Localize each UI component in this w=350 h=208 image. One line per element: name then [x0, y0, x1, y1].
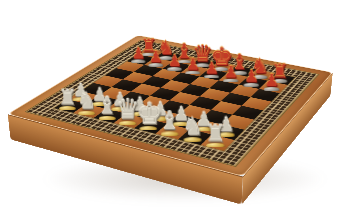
piece-white-knight: ♞: [179, 115, 204, 139]
chess-set-photo: ♜♞♝♛♚♝♞♜♟♟♟♟♟♟♟♟♟♟♟♟♟♟♟♟♜♞♝♛♚♝♞♜: [0, 0, 350, 208]
chess-board: ♜♞♝♛♚♝♞♜♟♟♟♟♟♟♟♟♟♟♟♟♟♟♟♟♜♞♝♛♚♝♞♜: [8, 35, 333, 176]
piece-black-pawn: ♟: [220, 64, 242, 80]
piece-white-rook: ♜: [202, 122, 228, 145]
photo-stage: ♜♞♝♛♚♝♞♜♟♟♟♟♟♟♟♟♟♟♟♟♟♟♟♟♜♞♝♛♚♝♞♜: [0, 0, 350, 208]
piece-black-pawn: ♟: [240, 68, 262, 85]
piece-black-pawn: ♟: [260, 72, 282, 89]
piece-white-bishop: ♝: [157, 109, 182, 134]
